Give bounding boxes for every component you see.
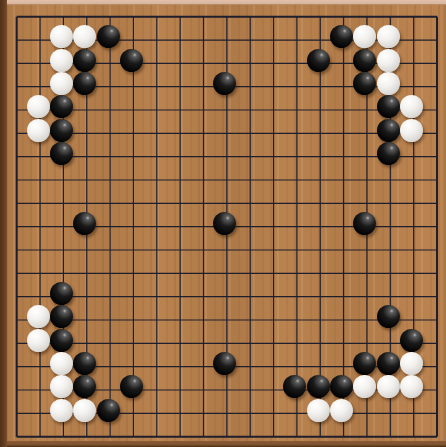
white-stone (400, 375, 423, 398)
white-stone (50, 399, 73, 422)
black-stone (120, 49, 143, 72)
black-stone (330, 375, 353, 398)
black-stone (73, 72, 96, 95)
black-stone (50, 95, 73, 118)
white-stone (377, 49, 400, 72)
white-stone (73, 25, 96, 48)
white-stone (50, 72, 73, 95)
black-stone (400, 329, 423, 352)
white-stone (50, 49, 73, 72)
white-stone (330, 399, 353, 422)
black-stone (213, 212, 236, 235)
black-stone (353, 212, 376, 235)
black-stone (377, 142, 400, 165)
black-stone (97, 25, 120, 48)
black-stone (73, 212, 96, 235)
white-stone (400, 119, 423, 142)
black-stone (213, 72, 236, 95)
black-stone (213, 352, 236, 375)
black-stone (97, 399, 120, 422)
black-stone (283, 375, 306, 398)
white-stone (73, 399, 96, 422)
black-stone (330, 25, 353, 48)
white-stone (50, 375, 73, 398)
black-stone (353, 49, 376, 72)
board-bevel-top (7, 0, 446, 5)
white-stone (353, 375, 376, 398)
black-stone (73, 49, 96, 72)
go-board[interactable] (0, 0, 446, 447)
black-stone (353, 72, 376, 95)
white-stone (50, 25, 73, 48)
white-stone (400, 352, 423, 375)
black-stone (50, 282, 73, 305)
white-stone (27, 119, 50, 142)
black-stone (73, 352, 96, 375)
board-bevel-left (0, 0, 7, 447)
black-stone (377, 119, 400, 142)
white-stone (377, 375, 400, 398)
white-stone (27, 305, 50, 328)
black-stone (307, 49, 330, 72)
black-stone (377, 305, 400, 328)
black-stone (377, 352, 400, 375)
black-stone (50, 329, 73, 352)
white-stone (307, 399, 330, 422)
black-stone (307, 375, 330, 398)
black-stone (120, 375, 143, 398)
black-stone (73, 375, 96, 398)
white-stone (377, 25, 400, 48)
board-bevel-bottom (7, 441, 446, 447)
white-stone (27, 329, 50, 352)
stone-layer (5, 5, 446, 447)
white-stone (400, 95, 423, 118)
black-stone (353, 352, 376, 375)
white-stone (50, 352, 73, 375)
white-stone (377, 72, 400, 95)
black-stone (50, 119, 73, 142)
black-stone (50, 142, 73, 165)
black-stone (377, 95, 400, 118)
white-stone (27, 95, 50, 118)
black-stone (50, 305, 73, 328)
white-stone (353, 25, 376, 48)
